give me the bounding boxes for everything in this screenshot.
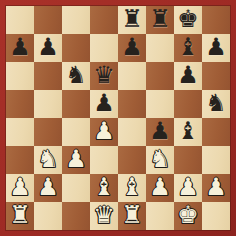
- square-b8[interactable]: [34, 6, 62, 34]
- square-c4[interactable]: [62, 118, 90, 146]
- square-b7[interactable]: ♟: [34, 34, 62, 62]
- square-e7[interactable]: ♟: [118, 34, 146, 62]
- square-f5[interactable]: [146, 90, 174, 118]
- square-h2[interactable]: ♟: [202, 174, 230, 202]
- white-pawn[interactable]: ♟: [90, 118, 118, 146]
- square-g8[interactable]: ♚: [174, 6, 202, 34]
- board-grid: ♜♜♚♟♟♟♝♟♞♛♟♟♞♟♟♝♞♟♞♟♟♝♝♟♟♟♜♛♜♚: [6, 6, 230, 230]
- square-c1[interactable]: [62, 202, 90, 230]
- square-e5[interactable]: [118, 90, 146, 118]
- square-c3[interactable]: ♟: [62, 146, 90, 174]
- square-e2[interactable]: ♝: [118, 174, 146, 202]
- square-a1[interactable]: ♜: [6, 202, 34, 230]
- square-b2[interactable]: ♟: [34, 174, 62, 202]
- black-pawn[interactable]: ♟: [202, 34, 230, 62]
- square-d6[interactable]: ♛: [90, 62, 118, 90]
- square-g1[interactable]: ♚: [174, 202, 202, 230]
- black-pawn[interactable]: ♟: [6, 34, 34, 62]
- square-a5[interactable]: [6, 90, 34, 118]
- white-queen[interactable]: ♛: [90, 202, 118, 230]
- square-e1[interactable]: ♜: [118, 202, 146, 230]
- square-d4[interactable]: ♟: [90, 118, 118, 146]
- square-a7[interactable]: ♟: [6, 34, 34, 62]
- black-pawn[interactable]: ♟: [34, 34, 62, 62]
- black-queen[interactable]: ♛: [90, 62, 118, 90]
- square-g6[interactable]: ♟: [174, 62, 202, 90]
- square-b4[interactable]: [34, 118, 62, 146]
- square-h4[interactable]: [202, 118, 230, 146]
- white-king[interactable]: ♚: [174, 202, 202, 230]
- square-d8[interactable]: [90, 6, 118, 34]
- white-knight[interactable]: ♞: [34, 146, 62, 174]
- square-d5[interactable]: ♟: [90, 90, 118, 118]
- black-rook[interactable]: ♜: [146, 6, 174, 34]
- square-h5[interactable]: ♞: [202, 90, 230, 118]
- square-d7[interactable]: [90, 34, 118, 62]
- white-pawn[interactable]: ♟: [62, 146, 90, 174]
- square-e6[interactable]: [118, 62, 146, 90]
- square-e8[interactable]: ♜: [118, 6, 146, 34]
- square-g7[interactable]: ♝: [174, 34, 202, 62]
- black-knight[interactable]: ♞: [202, 90, 230, 118]
- square-a4[interactable]: [6, 118, 34, 146]
- square-f1[interactable]: [146, 202, 174, 230]
- square-c5[interactable]: [62, 90, 90, 118]
- square-g4[interactable]: ♝: [174, 118, 202, 146]
- square-f8[interactable]: ♜: [146, 6, 174, 34]
- square-f4[interactable]: ♟: [146, 118, 174, 146]
- square-f6[interactable]: [146, 62, 174, 90]
- square-h7[interactable]: ♟: [202, 34, 230, 62]
- square-d3[interactable]: [90, 146, 118, 174]
- square-a2[interactable]: ♟: [6, 174, 34, 202]
- black-pawn[interactable]: ♟: [174, 62, 202, 90]
- white-bishop[interactable]: ♝: [118, 174, 146, 202]
- square-f7[interactable]: [146, 34, 174, 62]
- square-f3[interactable]: ♞: [146, 146, 174, 174]
- square-a6[interactable]: [6, 62, 34, 90]
- white-pawn[interactable]: ♟: [6, 174, 34, 202]
- square-h6[interactable]: [202, 62, 230, 90]
- white-pawn[interactable]: ♟: [174, 174, 202, 202]
- black-rook[interactable]: ♜: [118, 6, 146, 34]
- square-b1[interactable]: [34, 202, 62, 230]
- square-h8[interactable]: [202, 6, 230, 34]
- square-b6[interactable]: [34, 62, 62, 90]
- white-pawn[interactable]: ♟: [202, 174, 230, 202]
- square-a3[interactable]: [6, 146, 34, 174]
- black-pawn[interactable]: ♟: [118, 34, 146, 62]
- square-e3[interactable]: [118, 146, 146, 174]
- square-c6[interactable]: ♞: [62, 62, 90, 90]
- square-g3[interactable]: [174, 146, 202, 174]
- square-f2[interactable]: ♟: [146, 174, 174, 202]
- black-knight[interactable]: ♞: [62, 62, 90, 90]
- square-d1[interactable]: ♛: [90, 202, 118, 230]
- square-c8[interactable]: [62, 6, 90, 34]
- square-d2[interactable]: ♝: [90, 174, 118, 202]
- square-b5[interactable]: [34, 90, 62, 118]
- black-king[interactable]: ♚: [174, 6, 202, 34]
- white-bishop[interactable]: ♝: [90, 174, 118, 202]
- square-c7[interactable]: [62, 34, 90, 62]
- white-rook[interactable]: ♜: [118, 202, 146, 230]
- white-pawn[interactable]: ♟: [146, 174, 174, 202]
- white-pawn[interactable]: ♟: [34, 174, 62, 202]
- white-rook[interactable]: ♜: [6, 202, 34, 230]
- square-e4[interactable]: [118, 118, 146, 146]
- black-pawn[interactable]: ♟: [146, 118, 174, 146]
- square-b3[interactable]: ♞: [34, 146, 62, 174]
- square-c2[interactable]: [62, 174, 90, 202]
- square-g5[interactable]: [174, 90, 202, 118]
- black-bishop[interactable]: ♝: [174, 34, 202, 62]
- black-pawn[interactable]: ♟: [90, 90, 118, 118]
- chess-board: ♜♜♚♟♟♟♝♟♞♛♟♟♞♟♟♝♞♟♞♟♟♝♝♟♟♟♜♛♜♚: [0, 0, 236, 236]
- square-a8[interactable]: [6, 6, 34, 34]
- black-bishop[interactable]: ♝: [174, 118, 202, 146]
- square-h1[interactable]: [202, 202, 230, 230]
- square-h3[interactable]: [202, 146, 230, 174]
- square-g2[interactable]: ♟: [174, 174, 202, 202]
- white-knight[interactable]: ♞: [146, 146, 174, 174]
